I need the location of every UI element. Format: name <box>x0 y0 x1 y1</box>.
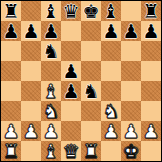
square-g4[interactable] <box>121 81 141 101</box>
square-b1[interactable] <box>21 141 41 161</box>
square-b7[interactable]: ♟ <box>21 21 41 41</box>
square-g5[interactable] <box>121 61 141 81</box>
square-d3[interactable] <box>61 101 81 121</box>
square-g7[interactable]: ♟ <box>121 21 141 41</box>
square-h7[interactable]: ♟ <box>141 21 161 41</box>
square-c3[interactable]: ♞ <box>41 101 61 121</box>
square-a4[interactable] <box>1 81 21 101</box>
square-d7[interactable] <box>61 21 81 41</box>
square-h5[interactable] <box>141 61 161 81</box>
square-b3[interactable] <box>21 101 41 121</box>
black-knight-piece[interactable]: ♞ <box>42 41 59 61</box>
square-c4[interactable]: ♝ <box>41 81 61 101</box>
square-b4[interactable] <box>21 81 41 101</box>
white-king-piece[interactable]: ♚ <box>122 141 139 161</box>
square-h8[interactable]: ♜ <box>141 1 161 21</box>
white-pawn-piece[interactable]: ♟ <box>2 121 19 141</box>
square-d6[interactable] <box>61 41 81 61</box>
black-pawn-piece[interactable]: ♟ <box>102 21 119 41</box>
square-c6[interactable]: ♞ <box>41 41 61 61</box>
square-a8[interactable]: ♜ <box>1 1 21 21</box>
white-bishop-piece[interactable]: ♝ <box>42 141 59 161</box>
square-a5[interactable] <box>1 61 21 81</box>
black-knight-piece[interactable]: ♞ <box>82 81 99 101</box>
white-pawn-piece[interactable]: ♟ <box>102 121 119 141</box>
square-e6[interactable] <box>81 41 101 61</box>
white-pawn-piece[interactable]: ♟ <box>122 121 139 141</box>
square-h4[interactable] <box>141 81 161 101</box>
square-f6[interactable] <box>101 41 121 61</box>
black-pawn-piece[interactable]: ♟ <box>142 21 159 41</box>
black-queen-piece[interactable]: ♛ <box>62 1 79 21</box>
square-h3[interactable] <box>141 101 161 121</box>
black-bishop-piece[interactable]: ♝ <box>102 1 119 21</box>
white-pawn-piece[interactable]: ♟ <box>42 121 59 141</box>
square-a3[interactable] <box>1 101 21 121</box>
black-pawn-piece[interactable]: ♟ <box>122 21 139 41</box>
white-pawn-piece[interactable]: ♟ <box>22 121 39 141</box>
square-g8[interactable] <box>121 1 141 21</box>
square-c7[interactable]: ♟ <box>41 21 61 41</box>
black-pawn-piece[interactable]: ♟ <box>2 21 19 41</box>
square-f3[interactable]: ♞ <box>101 101 121 121</box>
square-e2[interactable] <box>81 121 101 141</box>
white-rook-piece[interactable]: ♜ <box>82 141 99 161</box>
black-pawn-piece[interactable]: ♟ <box>62 61 79 81</box>
square-e5[interactable] <box>81 61 101 81</box>
square-e1[interactable]: ♜ <box>81 141 101 161</box>
white-bishop-piece[interactable]: ♝ <box>42 81 59 101</box>
black-rook-piece[interactable]: ♜ <box>2 1 19 21</box>
black-pawn-piece[interactable]: ♟ <box>22 21 39 41</box>
black-king-piece[interactable]: ♚ <box>82 1 99 21</box>
square-b5[interactable] <box>21 61 41 81</box>
white-queen-piece[interactable]: ♛ <box>62 141 79 161</box>
white-rook-piece[interactable]: ♜ <box>2 141 19 161</box>
square-f8[interactable]: ♝ <box>101 1 121 21</box>
square-d5[interactable]: ♟ <box>61 61 81 81</box>
square-h1[interactable] <box>141 141 161 161</box>
square-g6[interactable] <box>121 41 141 61</box>
square-c1[interactable]: ♝ <box>41 141 61 161</box>
square-b8[interactable] <box>21 1 41 21</box>
square-b2[interactable]: ♟ <box>21 121 41 141</box>
square-f2[interactable]: ♟ <box>101 121 121 141</box>
square-d1[interactable]: ♛ <box>61 141 81 161</box>
square-f4[interactable] <box>101 81 121 101</box>
square-h6[interactable] <box>141 41 161 61</box>
square-c2[interactable]: ♟ <box>41 121 61 141</box>
square-d2[interactable] <box>61 121 81 141</box>
white-knight-piece[interactable]: ♞ <box>102 101 119 121</box>
black-bishop-piece[interactable]: ♝ <box>42 1 59 21</box>
square-a2[interactable]: ♟ <box>1 121 21 141</box>
chess-board: ♜♝♛♚♝♜♟♟♟♟♟♟♞♟♝♟♞♞♞♟♟♟♟♟♟♜♝♛♜♚ <box>0 0 162 162</box>
square-a6[interactable] <box>1 41 21 61</box>
black-pawn-piece[interactable]: ♟ <box>62 81 79 101</box>
white-knight-piece[interactable]: ♞ <box>42 101 59 121</box>
square-f7[interactable]: ♟ <box>101 21 121 41</box>
square-e3[interactable] <box>81 101 101 121</box>
square-f5[interactable] <box>101 61 121 81</box>
square-a1[interactable]: ♜ <box>1 141 21 161</box>
white-pawn-piece[interactable]: ♟ <box>142 121 159 141</box>
square-c8[interactable]: ♝ <box>41 1 61 21</box>
square-h2[interactable]: ♟ <box>141 121 161 141</box>
square-g3[interactable] <box>121 101 141 121</box>
square-f1[interactable] <box>101 141 121 161</box>
square-e7[interactable] <box>81 21 101 41</box>
black-rook-piece[interactable]: ♜ <box>142 1 159 21</box>
square-e8[interactable]: ♚ <box>81 1 101 21</box>
square-a7[interactable]: ♟ <box>1 21 21 41</box>
square-g1[interactable]: ♚ <box>121 141 141 161</box>
square-e4[interactable]: ♞ <box>81 81 101 101</box>
square-g2[interactable]: ♟ <box>121 121 141 141</box>
square-d4[interactable]: ♟ <box>61 81 81 101</box>
square-d8[interactable]: ♛ <box>61 1 81 21</box>
square-c5[interactable] <box>41 61 61 81</box>
black-pawn-piece[interactable]: ♟ <box>42 21 59 41</box>
square-b6[interactable] <box>21 41 41 61</box>
